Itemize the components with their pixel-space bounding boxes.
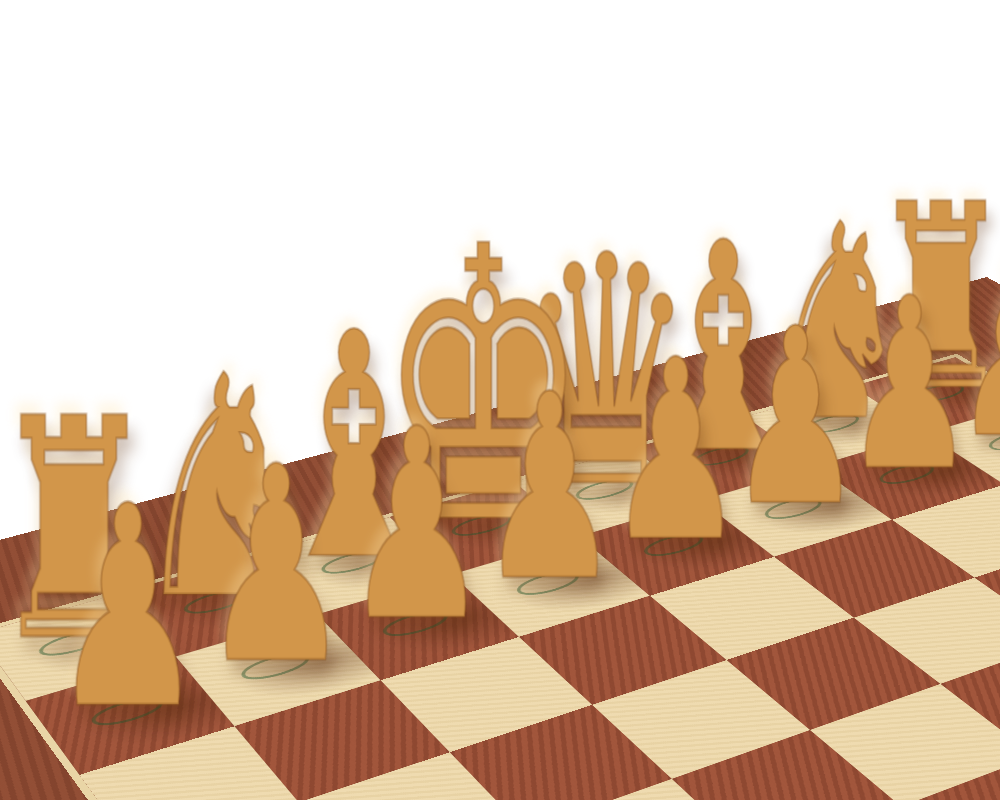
white-pawn: ♟: [51, 469, 205, 747]
chess-board: ♜♞♝♚♛♝♞♜♟♟♟♟♟♟♟♟: [0, 277, 1000, 800]
white-pawn: ♟: [728, 296, 863, 539]
white-pawn: ♟: [479, 360, 621, 616]
white-pawn: ♟: [201, 431, 351, 701]
square-h2: ♟: [26, 657, 235, 775]
board-inlay-line: ♜♞♝♚♛♝♞♜♟♟♟♟♟♟♟♟: [0, 354, 1000, 800]
square-c4: [854, 578, 1000, 684]
white-pawn: ♟: [607, 327, 746, 576]
white-pawn: ♟: [844, 266, 976, 503]
product-photo-scene: ♜♞♝♚♛♝♞♜♟♟♟♟♟♟♟♟: [0, 0, 1000, 800]
board-grid: ♜♞♝♚♛♝♞♜♟♟♟♟♟♟♟♟: [0, 357, 1000, 800]
white-pawn: ♟: [344, 394, 490, 657]
